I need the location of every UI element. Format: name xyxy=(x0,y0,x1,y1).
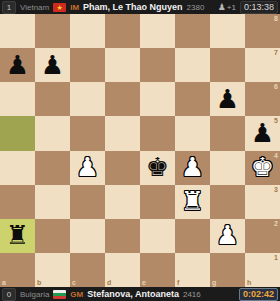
chess-board: 8♟♟7♟65♟♟♚♟4♚♜3♜♟2abcdefg1h xyxy=(0,14,280,287)
square-c3[interactable] xyxy=(70,185,105,219)
square-c7[interactable] xyxy=(70,48,105,82)
square-a8[interactable] xyxy=(0,14,35,48)
rank-label-4: 4 xyxy=(274,152,278,159)
top-player-bar: 1 Vietnam ★ IM Pham, Le Thao Nguyen 2380… xyxy=(0,0,280,14)
bottom-player-country: Bulgaria xyxy=(20,290,49,299)
square-b2[interactable] xyxy=(35,219,70,253)
square-d6[interactable] xyxy=(105,82,140,116)
top-player-title: IM xyxy=(70,3,79,12)
rank-label-3: 3 xyxy=(274,186,278,193)
white-pawn-f4: ♟ xyxy=(175,151,210,185)
square-f2[interactable] xyxy=(175,219,210,253)
bulgaria-flag-red-stripe xyxy=(53,296,66,299)
file-label-h: h xyxy=(247,279,251,286)
rank-label-6: 6 xyxy=(274,83,278,90)
top-player-rating: 2380 xyxy=(187,3,205,12)
top-player-name: Pham, Le Thao Nguyen xyxy=(83,2,183,12)
white-pawn-g2: ♟ xyxy=(210,219,245,253)
black-pawn-g6: ♟ xyxy=(210,82,245,116)
square-f7[interactable] xyxy=(175,48,210,82)
square-d2[interactable] xyxy=(105,219,140,253)
square-e6[interactable] xyxy=(140,82,175,116)
square-f4[interactable]: ♟ xyxy=(175,151,210,185)
square-f1[interactable]: f xyxy=(175,253,210,287)
square-a3[interactable] xyxy=(0,185,35,219)
black-pawn-b7: ♟ xyxy=(35,48,70,82)
square-g7[interactable] xyxy=(210,48,245,82)
square-h2[interactable]: 2 xyxy=(245,219,280,253)
file-label-c: c xyxy=(72,279,76,286)
square-c5[interactable] xyxy=(70,116,105,150)
file-label-b: b xyxy=(37,279,41,286)
bottom-player-clock: 0:02:42 xyxy=(239,288,278,301)
material-advantage-indicator: ♟ +1 xyxy=(218,3,236,12)
square-h3[interactable]: 3 xyxy=(245,185,280,219)
bulgaria-flag-icon xyxy=(53,290,66,299)
square-c8[interactable] xyxy=(70,14,105,48)
square-d1[interactable]: d xyxy=(105,253,140,287)
square-b4[interactable] xyxy=(35,151,70,185)
bottom-player-bar: 0 Bulgaria GM Stefanova, Antoaneta 2416 … xyxy=(0,287,280,301)
top-player-clock: 0:13:38 xyxy=(240,1,278,14)
square-e7[interactable] xyxy=(140,48,175,82)
square-a4[interactable] xyxy=(0,151,35,185)
square-f6[interactable] xyxy=(175,82,210,116)
bottom-player-title: GM xyxy=(70,290,83,299)
black-rook-a2: ♜ xyxy=(0,219,35,253)
pawn-icon: ♟ xyxy=(218,3,226,12)
white-rook-f3: ♜ xyxy=(175,185,210,219)
file-label-e: e xyxy=(142,279,146,286)
file-label-f: f xyxy=(177,279,179,286)
bottom-player-name: Stefanova, Antoaneta xyxy=(87,289,179,299)
square-e5[interactable] xyxy=(140,116,175,150)
square-f5[interactable] xyxy=(175,116,210,150)
square-d8[interactable] xyxy=(105,14,140,48)
square-d5[interactable] xyxy=(105,116,140,150)
rank-label-7: 7 xyxy=(274,49,278,56)
square-g8[interactable] xyxy=(210,14,245,48)
bottom-player-rating: 2416 xyxy=(183,290,201,299)
bottom-player-number-badge: 0 xyxy=(2,288,16,301)
square-f3[interactable]: ♜ xyxy=(175,185,210,219)
square-a6[interactable] xyxy=(0,82,35,116)
black-king-e4: ♚ xyxy=(140,151,175,185)
rank-label-2: 2 xyxy=(274,220,278,227)
material-advantage-value: +1 xyxy=(227,3,236,12)
square-d4[interactable] xyxy=(105,151,140,185)
square-e1[interactable]: e xyxy=(140,253,175,287)
square-g2[interactable]: ♟ xyxy=(210,219,245,253)
square-h4[interactable]: 4♚ xyxy=(245,151,280,185)
square-g6[interactable]: ♟ xyxy=(210,82,245,116)
rank-label-5: 5 xyxy=(274,117,278,124)
file-label-g: g xyxy=(212,279,216,286)
square-e8[interactable] xyxy=(140,14,175,48)
square-c4[interactable]: ♟ xyxy=(70,151,105,185)
square-b6[interactable] xyxy=(35,82,70,116)
chess-broadcast-viewer: 1 Vietnam ★ IM Pham, Le Thao Nguyen 2380… xyxy=(0,0,280,301)
square-a1[interactable]: a xyxy=(0,253,35,287)
square-d7[interactable] xyxy=(105,48,140,82)
square-c1[interactable]: c xyxy=(70,253,105,287)
star-icon: ★ xyxy=(53,3,66,12)
vietnam-flag-icon: ★ xyxy=(53,3,66,12)
square-h5[interactable]: 5♟ xyxy=(245,116,280,150)
top-player-number-badge: 1 xyxy=(2,1,16,14)
square-f8[interactable] xyxy=(175,14,210,48)
square-a2[interactable]: ♜ xyxy=(0,219,35,253)
square-h1[interactable]: 1h xyxy=(245,253,280,287)
file-label-a: a xyxy=(2,279,6,286)
square-h8[interactable]: 8 xyxy=(245,14,280,48)
square-h6[interactable]: 6 xyxy=(245,82,280,116)
square-b1[interactable]: b xyxy=(35,253,70,287)
square-h7[interactable]: 7 xyxy=(245,48,280,82)
square-d3[interactable] xyxy=(105,185,140,219)
square-b8[interactable] xyxy=(35,14,70,48)
top-player-country: Vietnam xyxy=(20,3,49,12)
square-e2[interactable] xyxy=(140,219,175,253)
rank-label-1: 1 xyxy=(274,254,278,261)
file-label-d: d xyxy=(107,279,111,286)
square-b3[interactable] xyxy=(35,185,70,219)
black-pawn-a7: ♟ xyxy=(0,48,35,82)
white-pawn-c4: ♟ xyxy=(70,151,105,185)
square-g4[interactable] xyxy=(210,151,245,185)
square-e4[interactable]: ♚ xyxy=(140,151,175,185)
square-a5[interactable] xyxy=(0,116,35,150)
square-g1[interactable]: g xyxy=(210,253,245,287)
square-g5[interactable] xyxy=(210,116,245,150)
square-b7[interactable]: ♟ xyxy=(35,48,70,82)
square-c2[interactable] xyxy=(70,219,105,253)
square-a7[interactable]: ♟ xyxy=(0,48,35,82)
square-c6[interactable] xyxy=(70,82,105,116)
square-b5[interactable] xyxy=(35,116,70,150)
square-g3[interactable] xyxy=(210,185,245,219)
rank-label-8: 8 xyxy=(274,15,278,22)
square-e3[interactable] xyxy=(140,185,175,219)
